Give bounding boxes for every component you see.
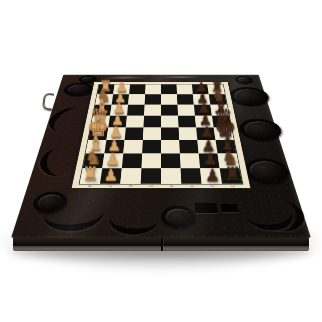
square-light: [123, 140, 143, 154]
square-light: [126, 116, 144, 128]
square-dark: [177, 94, 194, 104]
square-light: [180, 154, 200, 169]
square-light: [161, 140, 180, 154]
chess-board: ♜♟♟♜♞♟♟♞♝♟♟♝♛♟♟♛♚♟♟♚♝♟♟♝♞♟♟♞♜♟♟♜: [80, 85, 243, 184]
square-light: [161, 116, 179, 128]
coord-label: 7: [105, 180, 114, 193]
square-light: [143, 127, 161, 140]
square-light: [161, 94, 177, 104]
carved-wooden-case: ♜♟♟♜♞♟♟♞♝♟♟♝♛♟♟♛♚♟♟♚♝♟♟♝♞♟♟♞♜♟♟♜ 8765432…: [11, 75, 311, 238]
square-light: [179, 127, 198, 140]
square-dark: [125, 127, 144, 140]
scene: ♜♟♟♜♞♟♟♞♝♟♟♝♛♟♟♛♚♟♟♚♝♟♟♝♞♟♟♞♜♟♟♜ 8765432…: [11, 0, 311, 238]
coord-label: 4: [168, 180, 175, 193]
square-dark: [145, 94, 161, 104]
square-dark: [129, 85, 145, 95]
square-dark: [161, 85, 177, 95]
square-dark: [143, 116, 161, 128]
chess-set-photo: ♜♟♟♜♞♟♟♞♝♟♟♝♛♟♟♛♚♟♟♚♝♟♟♝♞♟♟♞♜♟♟♜ 8765432…: [0, 0, 322, 322]
coord-label: 3: [188, 180, 196, 193]
square-light: [145, 85, 161, 95]
square-light: [128, 94, 145, 104]
square-light: [141, 154, 161, 169]
square-dark: [142, 140, 161, 154]
coord-label: 6: [126, 180, 134, 193]
case-hinge-seam: [161, 238, 163, 251]
printed-chessboard: ♜♟♟♜♞♟♟♞♝♟♟♝♛♟♟♛♚♟♟♚♝♟♟♝♞♟♟♞♜♟♟♜ 8765432…: [72, 82, 251, 188]
square-dark: [161, 127, 179, 140]
square-dark: [127, 105, 145, 116]
coord-label: 5: [147, 180, 154, 193]
square-dark: [122, 154, 142, 169]
square-light: [144, 105, 161, 116]
square-light: [177, 105, 195, 116]
case-front-edge: [13, 238, 309, 251]
square-dark: [179, 140, 199, 154]
square-light: [176, 85, 192, 95]
coord-label: 2: [208, 180, 217, 193]
square-dark: [178, 116, 196, 128]
square-dark: [161, 105, 178, 116]
square-dark: [161, 154, 181, 169]
